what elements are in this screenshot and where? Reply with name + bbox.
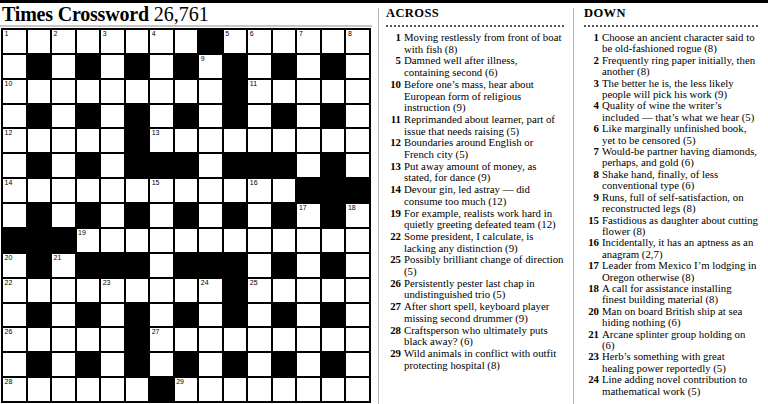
black-cell: [28, 154, 51, 177]
white-cell[interactable]: [150, 279, 173, 302]
white-cell[interactable]: [297, 304, 320, 327]
white-cell[interactable]: 25: [248, 279, 271, 302]
white-cell[interactable]: 16: [248, 179, 271, 202]
across-clue-item: 12Boundaries around English or French ci…: [386, 137, 564, 160]
white-cell[interactable]: [52, 105, 75, 128]
black-cell: [224, 279, 247, 302]
clue-number: 22: [386, 231, 404, 243]
down-header: DOWN: [584, 6, 758, 21]
clue-text: Frequently ring paper initially, then an…: [602, 55, 758, 78]
cell-number-label: 17: [299, 204, 307, 212]
white-cell[interactable]: [126, 378, 149, 401]
white-cell[interactable]: [150, 204, 173, 227]
white-cell[interactable]: [346, 129, 369, 152]
down-column: DOWN 1Choose an ancient character said t…: [584, 6, 758, 397]
white-cell[interactable]: [224, 229, 247, 252]
white-cell[interactable]: 27: [150, 328, 173, 351]
down-clue-item: 3The better he is, the less likely peopl…: [584, 78, 758, 101]
white-cell[interactable]: [3, 353, 26, 376]
clue-text: The better he is, the less likely people…: [602, 78, 758, 101]
cell-number-label: 29: [176, 378, 184, 386]
cell-number-label: 28: [5, 378, 13, 386]
down-clue-item: 2Frequently ring paper initially, then a…: [584, 55, 758, 78]
down-clue-item: 7Would-be partner having diamonds, perha…: [584, 146, 758, 169]
cell-number-label: 27: [152, 328, 160, 336]
clue-number: 27: [386, 301, 404, 313]
white-cell[interactable]: [248, 129, 271, 152]
page-title: Times Crossword26,761: [2, 3, 209, 26]
white-cell[interactable]: 24: [199, 279, 222, 302]
white-cell[interactable]: 14: [3, 179, 26, 202]
black-cell: [322, 304, 345, 327]
white-cell[interactable]: [28, 129, 51, 152]
white-cell[interactable]: 18: [346, 204, 369, 227]
cell-number-label: 1: [5, 30, 9, 38]
clue-number: 25: [386, 254, 404, 266]
white-cell[interactable]: [273, 378, 296, 401]
down-clue-item: 4Quality of wine the writer’s included —…: [584, 100, 758, 123]
white-cell[interactable]: [273, 328, 296, 351]
white-cell[interactable]: [52, 154, 75, 177]
white-cell[interactable]: [297, 229, 320, 252]
white-cell[interactable]: [322, 279, 345, 302]
white-cell[interactable]: [52, 129, 75, 152]
white-cell[interactable]: [322, 229, 345, 252]
clue-text: Would-be partner having diamonds, perhap…: [602, 146, 758, 169]
black-cell: [248, 154, 271, 177]
white-cell[interactable]: [322, 378, 345, 401]
black-cell: [273, 105, 296, 128]
clue-number: 12: [386, 137, 404, 149]
cell-number-label: 11: [250, 80, 257, 88]
across-clue-item: 11Reprimanded about learner, part of iss…: [386, 114, 564, 137]
white-cell[interactable]: 11: [248, 80, 271, 103]
clue-number: 13: [386, 161, 404, 173]
black-cell: [224, 154, 247, 177]
black-cell: [273, 154, 296, 177]
black-cell: [346, 179, 369, 202]
white-cell[interactable]: [175, 328, 198, 351]
white-cell[interactable]: [101, 353, 124, 376]
crossword-grid: 1234567891011121314151617181920212223242…: [1, 28, 371, 403]
clue-text: Craftsperson who ultimately puts black a…: [404, 325, 564, 348]
white-cell[interactable]: [175, 279, 198, 302]
title-rule: [0, 25, 372, 27]
white-cell[interactable]: [101, 129, 124, 152]
white-cell[interactable]: [52, 353, 75, 376]
white-cell[interactable]: [273, 229, 296, 252]
clue-number: 9: [584, 192, 602, 203]
white-cell[interactable]: [28, 30, 51, 53]
black-cell: [175, 154, 198, 177]
white-cell[interactable]: [28, 179, 51, 202]
white-cell[interactable]: [150, 105, 173, 128]
white-cell[interactable]: [248, 254, 271, 277]
white-cell[interactable]: [346, 105, 369, 128]
white-cell[interactable]: [150, 353, 173, 376]
white-cell[interactable]: [175, 30, 198, 53]
white-cell[interactable]: [248, 204, 271, 227]
cell-number-label: 22: [5, 279, 13, 287]
white-cell[interactable]: [77, 378, 100, 401]
white-cell[interactable]: [52, 328, 75, 351]
white-cell[interactable]: [150, 254, 173, 277]
white-cell[interactable]: [77, 279, 100, 302]
white-cell[interactable]: [52, 204, 75, 227]
white-cell[interactable]: [3, 55, 26, 78]
black-cell: [224, 80, 247, 103]
white-cell[interactable]: 12: [3, 129, 26, 152]
white-cell[interactable]: [297, 105, 320, 128]
clue-number: 4: [584, 100, 602, 111]
black-cell: [175, 304, 198, 327]
white-cell[interactable]: [101, 105, 124, 128]
white-cell[interactable]: 15: [150, 179, 173, 202]
white-cell[interactable]: 5: [224, 30, 247, 53]
white-cell[interactable]: [297, 254, 320, 277]
white-cell[interactable]: 13: [150, 129, 173, 152]
black-cell: [322, 353, 345, 376]
across-clue-item: 27After short spell, keyboard player mis…: [386, 301, 564, 324]
white-cell[interactable]: [248, 55, 271, 78]
white-cell[interactable]: [150, 229, 173, 252]
white-cell[interactable]: [52, 378, 75, 401]
clue-number: 26: [386, 278, 404, 290]
white-cell[interactable]: 9: [199, 55, 222, 78]
clue-number: 20: [584, 306, 602, 317]
across-header: ACROSS: [386, 6, 564, 21]
black-cell: [77, 204, 100, 227]
white-cell[interactable]: 20: [3, 254, 26, 277]
white-cell[interactable]: [248, 105, 271, 128]
white-cell[interactable]: [297, 328, 320, 351]
white-cell[interactable]: [322, 328, 345, 351]
cell-number-label: 9: [201, 55, 205, 63]
black-cell: [101, 254, 124, 277]
black-cell: [150, 378, 173, 401]
clue-text: Possibly brilliant change of direction (…: [404, 254, 564, 277]
white-cell[interactable]: [101, 179, 124, 202]
white-cell[interactable]: [346, 55, 369, 78]
white-cell[interactable]: 1: [3, 30, 26, 53]
white-cell[interactable]: [297, 129, 320, 152]
cell-number-label: 24: [201, 279, 209, 287]
white-cell[interactable]: [101, 55, 124, 78]
white-cell[interactable]: [126, 229, 149, 252]
cell-number-label: 14: [5, 179, 13, 187]
white-cell[interactable]: [199, 378, 222, 401]
white-cell[interactable]: [346, 254, 369, 277]
white-cell[interactable]: [175, 229, 198, 252]
white-cell[interactable]: [199, 328, 222, 351]
black-cell: [273, 254, 296, 277]
white-cell[interactable]: [126, 179, 149, 202]
white-cell[interactable]: [346, 378, 369, 401]
down-clue-item: 16Incidentally, it has an aptness as an …: [584, 237, 758, 260]
black-cell: [175, 204, 198, 227]
white-cell[interactable]: [28, 80, 51, 103]
white-cell[interactable]: [224, 179, 247, 202]
white-cell[interactable]: [52, 304, 75, 327]
white-cell[interactable]: [297, 353, 320, 376]
column-divider-left: [378, 8, 379, 404]
across-clue-item: 19For example, realists work hard in qui…: [386, 208, 564, 231]
clue-number: 6: [584, 123, 602, 134]
white-cell[interactable]: [297, 80, 320, 103]
cell-number-label: 12: [5, 129, 13, 137]
black-cell: [77, 154, 100, 177]
black-cell: [126, 129, 149, 152]
clue-number: 1: [584, 32, 602, 43]
white-cell[interactable]: [297, 55, 320, 78]
clue-text: Like marginally unfinished book, yet to …: [602, 123, 758, 146]
clue-text: Damned well after illness, containing se…: [404, 55, 564, 78]
white-cell[interactable]: [77, 80, 100, 103]
white-cell[interactable]: [3, 105, 26, 128]
across-clue-item: 26Persistently pester last chap in undis…: [386, 278, 564, 301]
white-cell[interactable]: [199, 179, 222, 202]
white-cell[interactable]: [52, 279, 75, 302]
white-cell[interactable]: [346, 353, 369, 376]
white-cell[interactable]: [101, 229, 124, 252]
white-cell[interactable]: [126, 279, 149, 302]
white-cell[interactable]: [101, 80, 124, 103]
white-cell[interactable]: [77, 30, 100, 53]
white-cell[interactable]: [346, 154, 369, 177]
clue-number: 23: [584, 351, 602, 362]
white-cell[interactable]: [199, 353, 222, 376]
down-clue-item: 17Leader from Mexico I’m lodging in Oreg…: [584, 260, 758, 283]
clue-number: 18: [584, 283, 602, 294]
white-cell[interactable]: [175, 80, 198, 103]
white-cell[interactable]: 17: [297, 204, 320, 227]
white-cell[interactable]: [248, 304, 271, 327]
white-cell[interactable]: [28, 279, 51, 302]
white-cell[interactable]: [273, 129, 296, 152]
white-cell[interactable]: [52, 55, 75, 78]
white-cell[interactable]: [126, 80, 149, 103]
white-cell[interactable]: [199, 80, 222, 103]
white-cell[interactable]: [322, 129, 345, 152]
down-clue-list: 1Choose an ancient character said to be …: [584, 32, 758, 397]
across-column: ACROSS 1Moving restlessly from front of …: [386, 6, 564, 371]
clue-text: Boundaries around English or French city…: [404, 137, 564, 160]
white-cell[interactable]: [273, 279, 296, 302]
black-cell: [224, 55, 247, 78]
across-clue-item: 5Damned well after illness, containing s…: [386, 55, 564, 78]
black-cell: [28, 353, 51, 376]
black-cell: [224, 304, 247, 327]
black-cell: [224, 105, 247, 128]
clue-text: Runs, full of self-satisfaction, on reco…: [602, 192, 758, 215]
black-cell: [126, 328, 149, 351]
white-cell[interactable]: 21: [52, 254, 75, 277]
white-cell[interactable]: [101, 328, 124, 351]
white-cell[interactable]: [248, 229, 271, 252]
white-cell[interactable]: [199, 204, 222, 227]
cell-number-label: 23: [103, 279, 111, 287]
white-cell[interactable]: [52, 80, 75, 103]
black-cell: [28, 55, 51, 78]
down-clue-item: 8Shake hand, finally, of less convention…: [584, 169, 758, 192]
white-cell[interactable]: [248, 353, 271, 376]
black-cell: [224, 204, 247, 227]
across-clue-item: 28Craftsperson who ultimately puts black…: [386, 325, 564, 348]
white-cell[interactable]: 4: [150, 30, 173, 53]
white-cell[interactable]: [273, 80, 296, 103]
clue-number: 1: [386, 32, 404, 44]
white-cell[interactable]: 26: [3, 328, 26, 351]
black-cell: [52, 229, 75, 252]
white-cell[interactable]: [77, 179, 100, 202]
clue-number: 28: [386, 325, 404, 337]
clue-number: 29: [386, 348, 404, 360]
clue-number: 8: [584, 169, 602, 180]
clue-number: 19: [386, 208, 404, 220]
cell-number-label: 16: [250, 179, 258, 187]
down-clue-item: 9Runs, full of self-satisfaction, on rec…: [584, 192, 758, 215]
white-cell[interactable]: [101, 304, 124, 327]
clue-text: Devour gin, led astray — did consume too…: [404, 184, 564, 207]
clue-text: Incidentally, it has an aptness as an an…: [602, 237, 758, 260]
clue-text: Line adding novel contribution to mathem…: [602, 374, 758, 397]
white-cell[interactable]: [297, 279, 320, 302]
down-clue-item: 21Arcane splinter group holding on (6): [584, 329, 758, 352]
white-cell[interactable]: [3, 204, 26, 227]
white-cell[interactable]: 2: [52, 30, 75, 53]
white-cell[interactable]: 29: [175, 378, 198, 401]
cell-number-label: 2: [54, 30, 58, 38]
white-cell[interactable]: 6: [248, 30, 271, 53]
white-cell[interactable]: [322, 30, 345, 53]
white-cell[interactable]: [3, 154, 26, 177]
white-cell[interactable]: [297, 378, 320, 401]
black-cell: [175, 353, 198, 376]
white-cell[interactable]: 19: [77, 229, 100, 252]
cell-number-label: 10: [5, 80, 13, 88]
down-clue-item: 1Choose an ancient character said to be …: [584, 32, 758, 55]
clue-number: 17: [584, 260, 602, 271]
clue-text: Leader from Mexico I’m lodging in Oregon…: [602, 260, 758, 283]
white-cell[interactable]: [199, 105, 222, 128]
puzzle-number: 26,761: [154, 3, 209, 25]
white-cell[interactable]: [199, 154, 222, 177]
newspaper-crossword-page: Times Crossword26,761 123456789101112131…: [0, 0, 768, 404]
white-cell[interactable]: [77, 328, 100, 351]
black-cell: [297, 179, 320, 202]
black-cell: [322, 254, 345, 277]
white-cell[interactable]: [346, 80, 369, 103]
white-cell[interactable]: [224, 378, 247, 401]
across-clue-item: 1Moving restlessly from front of boat wi…: [386, 32, 564, 55]
down-clue-item: 24Line adding novel contribution to math…: [584, 374, 758, 397]
white-cell[interactable]: [199, 304, 222, 327]
black-cell: [224, 254, 247, 277]
white-cell[interactable]: [322, 80, 345, 103]
white-cell[interactable]: 23: [101, 279, 124, 302]
black-cell: [77, 353, 100, 376]
column-divider-right: [573, 8, 574, 404]
white-cell[interactable]: [199, 229, 222, 252]
white-cell[interactable]: [150, 80, 173, 103]
white-cell[interactable]: [346, 229, 369, 252]
white-cell[interactable]: [346, 279, 369, 302]
black-cell: [77, 55, 100, 78]
black-cell: [126, 353, 149, 376]
white-cell[interactable]: [28, 328, 51, 351]
white-cell[interactable]: [52, 179, 75, 202]
white-cell[interactable]: [248, 328, 271, 351]
white-cell[interactable]: [175, 129, 198, 152]
white-cell[interactable]: [224, 328, 247, 351]
white-cell[interactable]: 22: [3, 279, 26, 302]
white-cell[interactable]: [101, 378, 124, 401]
clue-number: 10: [386, 79, 404, 91]
clue-text: After short spell, keyboard player missi…: [404, 301, 564, 324]
white-cell[interactable]: 7: [297, 30, 320, 53]
black-cell: [199, 254, 222, 277]
white-cell[interactable]: 28: [3, 378, 26, 401]
clue-number: 24: [584, 374, 602, 385]
cell-number-label: 13: [152, 129, 160, 137]
black-cell: [3, 229, 26, 252]
white-cell[interactable]: [101, 204, 124, 227]
white-cell[interactable]: 8: [346, 30, 369, 53]
across-clue-item: 14Devour gin, led astray — did consume t…: [386, 184, 564, 207]
black-cell: [126, 105, 149, 128]
white-cell[interactable]: [273, 179, 296, 202]
clue-text: Before one’s mass, hear about European f…: [404, 79, 564, 114]
black-cell: [199, 30, 222, 53]
white-cell[interactable]: [77, 129, 100, 152]
black-cell: [322, 204, 345, 227]
black-cell: [28, 254, 51, 277]
white-cell[interactable]: [224, 129, 247, 152]
cell-number-label: 4: [152, 30, 156, 38]
white-cell[interactable]: [150, 304, 173, 327]
white-cell[interactable]: [346, 328, 369, 351]
white-cell[interactable]: 10: [3, 80, 26, 103]
black-cell: [126, 154, 149, 177]
clue-text: Herb’s something with great healing powe…: [602, 351, 758, 374]
cell-number-label: 18: [348, 204, 356, 212]
white-cell[interactable]: [248, 378, 271, 401]
white-cell[interactable]: [28, 378, 51, 401]
across-clue-list: 1Moving restlessly from front of boat wi…: [386, 32, 564, 371]
white-cell[interactable]: [150, 55, 173, 78]
white-cell[interactable]: [297, 154, 320, 177]
cell-number-label: 3: [103, 30, 107, 38]
black-cell: [273, 304, 296, 327]
white-cell[interactable]: [273, 30, 296, 53]
across-clue-item: 22Some president, I calculate, is lackin…: [386, 231, 564, 254]
cell-number-label: 19: [78, 229, 86, 237]
white-cell[interactable]: 3: [101, 30, 124, 53]
across-dotted-rule: [386, 25, 564, 27]
black-cell: [224, 353, 247, 376]
black-cell: [126, 55, 149, 78]
white-cell[interactable]: [175, 179, 198, 202]
white-cell[interactable]: [3, 304, 26, 327]
white-cell[interactable]: [126, 30, 149, 53]
white-cell[interactable]: [199, 129, 222, 152]
down-clue-item: 15Fastidious as daughter about cutting f…: [584, 215, 758, 238]
white-cell[interactable]: [101, 154, 124, 177]
white-cell[interactable]: [346, 304, 369, 327]
clue-number: 5: [386, 55, 404, 67]
clue-text: Shake hand, finally, of less conventiona…: [602, 169, 758, 192]
down-dotted-rule: [584, 25, 758, 27]
